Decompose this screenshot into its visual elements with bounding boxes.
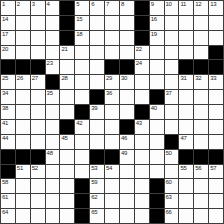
- white-cell[interactable]: [31, 90, 45, 104]
- clue-number: 47: [180, 135, 186, 142]
- clue-number: 32: [195, 75, 201, 82]
- white-cell[interactable]: [120, 165, 134, 179]
- white-cell[interactable]: 19: [150, 31, 164, 45]
- white-cell[interactable]: [165, 120, 179, 134]
- white-cell[interactable]: 5: [75, 1, 89, 15]
- white-cell[interactable]: [46, 135, 60, 149]
- clue-number: 10: [166, 1, 172, 8]
- white-cell[interactable]: [105, 179, 119, 193]
- clue-number: 61: [2, 194, 8, 201]
- black-cell: [120, 120, 134, 134]
- white-cell[interactable]: [179, 16, 193, 30]
- white-cell[interactable]: 31: [179, 75, 193, 89]
- black-cell: [90, 90, 104, 104]
- white-cell[interactable]: 30: [120, 75, 134, 89]
- white-cell[interactable]: [75, 90, 89, 104]
- white-cell[interactable]: [105, 16, 119, 30]
- clue-number: 53: [91, 165, 97, 172]
- clue-number: 50: [166, 150, 172, 157]
- clue-number: 65: [91, 209, 97, 216]
- white-cell[interactable]: [135, 165, 149, 179]
- white-cell[interactable]: 60: [165, 179, 179, 193]
- white-cell[interactable]: 34: [1, 90, 15, 104]
- black-cell: [209, 60, 223, 74]
- white-cell[interactable]: 2: [16, 1, 30, 15]
- white-cell[interactable]: [90, 135, 104, 149]
- white-cell[interactable]: [165, 165, 179, 179]
- clue-number: 54: [106, 165, 112, 172]
- clue-number: 13: [210, 1, 216, 8]
- white-cell[interactable]: [179, 194, 193, 208]
- white-cell[interactable]: 35: [46, 90, 60, 104]
- clue-number: 7: [106, 1, 109, 8]
- clue-number: 5: [76, 1, 79, 8]
- white-cell[interactable]: [60, 150, 74, 164]
- white-cell[interactable]: [209, 135, 223, 149]
- white-cell[interactable]: [179, 31, 193, 45]
- clue-number: 66: [166, 209, 172, 216]
- clue-number: 11: [180, 1, 186, 8]
- white-cell[interactable]: [75, 60, 89, 74]
- white-cell[interactable]: [120, 194, 134, 208]
- black-cell: [105, 150, 119, 164]
- black-cell: [60, 1, 74, 15]
- clue-number: 4: [47, 1, 50, 8]
- white-cell[interactable]: [105, 31, 119, 45]
- white-cell[interactable]: 14: [1, 16, 15, 30]
- clue-number: 26: [17, 75, 23, 82]
- white-cell[interactable]: [60, 60, 74, 74]
- clue-number: 51: [17, 165, 23, 172]
- white-cell[interactable]: [194, 46, 208, 60]
- black-cell: [75, 209, 89, 223]
- white-cell[interactable]: 66: [165, 209, 179, 223]
- white-cell[interactable]: 46: [120, 135, 134, 149]
- white-cell[interactable]: [194, 120, 208, 134]
- clue-number: 16: [151, 16, 157, 23]
- white-cell[interactable]: [16, 120, 30, 134]
- white-cell[interactable]: [194, 31, 208, 45]
- white-cell[interactable]: [16, 105, 30, 119]
- clue-number: 35: [47, 90, 53, 97]
- white-cell[interactable]: [105, 105, 119, 119]
- clue-number: 19: [151, 31, 157, 38]
- clue-number: 28: [61, 75, 67, 82]
- white-cell[interactable]: [90, 46, 104, 60]
- white-cell[interactable]: [135, 150, 149, 164]
- black-cell: [150, 179, 164, 193]
- white-cell[interactable]: [60, 90, 74, 104]
- black-cell: [60, 120, 74, 134]
- white-cell[interactable]: [90, 75, 104, 89]
- white-cell[interactable]: 63: [165, 194, 179, 208]
- black-cell: [194, 60, 208, 74]
- white-cell[interactable]: [60, 105, 74, 119]
- clue-number: 37: [166, 90, 172, 97]
- white-cell[interactable]: [194, 105, 208, 119]
- white-cell[interactable]: [209, 120, 223, 134]
- white-cell[interactable]: [194, 90, 208, 104]
- white-cell[interactable]: 27: [31, 75, 45, 89]
- white-cell[interactable]: 6: [90, 1, 104, 15]
- clue-number: 60: [166, 179, 172, 186]
- white-cell[interactable]: 7: [105, 1, 119, 15]
- white-cell[interactable]: [165, 16, 179, 30]
- white-cell[interactable]: [150, 75, 164, 89]
- white-cell[interactable]: [60, 209, 74, 223]
- white-cell[interactable]: [105, 46, 119, 60]
- white-cell[interactable]: [209, 179, 223, 193]
- white-cell[interactable]: [150, 150, 164, 164]
- clue-number: 8: [121, 1, 124, 8]
- white-cell[interactable]: [209, 90, 223, 104]
- white-cell[interactable]: [46, 31, 60, 45]
- white-cell[interactable]: 50: [165, 150, 179, 164]
- crossword-grid: 1234567891011121314151617181920212223242…: [0, 0, 224, 224]
- clue-number: 2: [17, 1, 20, 8]
- clue-number: 56: [195, 165, 201, 172]
- clue-number: 22: [136, 46, 142, 53]
- clue-number: 24: [136, 60, 142, 67]
- white-cell[interactable]: 61: [1, 194, 15, 208]
- white-cell[interactable]: [194, 179, 208, 193]
- white-cell[interactable]: [179, 90, 193, 104]
- white-cell[interactable]: [120, 179, 134, 193]
- white-cell[interactable]: 59: [90, 179, 104, 193]
- clue-number: 57: [210, 165, 216, 172]
- black-cell: [31, 150, 45, 164]
- white-cell[interactable]: 26: [16, 75, 30, 89]
- white-cell[interactable]: 23: [46, 60, 60, 74]
- clue-number: 25: [2, 75, 8, 82]
- clue-number: 12: [195, 1, 201, 8]
- white-cell[interactable]: [120, 90, 134, 104]
- white-cell[interactable]: 8: [120, 1, 134, 15]
- white-cell[interactable]: 1: [1, 1, 15, 15]
- clue-number: 17: [2, 31, 8, 38]
- clue-number: 52: [32, 165, 38, 172]
- black-cell: [75, 194, 89, 208]
- clue-number: 43: [136, 120, 142, 127]
- white-cell[interactable]: [194, 194, 208, 208]
- white-cell[interactable]: [16, 179, 30, 193]
- black-cell: [75, 105, 89, 119]
- white-cell[interactable]: 58: [1, 179, 15, 193]
- white-cell[interactable]: [90, 16, 104, 30]
- black-cell: [209, 150, 223, 164]
- white-cell[interactable]: [105, 135, 119, 149]
- white-cell[interactable]: [165, 105, 179, 119]
- white-cell[interactable]: 28: [60, 75, 74, 89]
- clue-number: 41: [2, 120, 8, 127]
- black-cell: [75, 179, 89, 193]
- clue-number: 46: [121, 135, 127, 142]
- white-cell[interactable]: [194, 209, 208, 223]
- white-cell[interactable]: [46, 46, 60, 60]
- white-cell[interactable]: [16, 135, 30, 149]
- white-cell[interactable]: [209, 16, 223, 30]
- black-cell: [150, 90, 164, 104]
- white-cell[interactable]: [120, 105, 134, 119]
- white-cell[interactable]: 21: [60, 46, 74, 60]
- white-cell[interactable]: 47: [179, 135, 193, 149]
- black-cell: [179, 150, 193, 164]
- white-cell[interactable]: [135, 75, 149, 89]
- black-cell: [150, 209, 164, 223]
- white-cell[interactable]: [179, 209, 193, 223]
- white-cell[interactable]: [120, 46, 134, 60]
- white-cell[interactable]: 62: [90, 194, 104, 208]
- white-cell[interactable]: [90, 31, 104, 45]
- clue-number: 64: [2, 209, 8, 216]
- white-cell[interactable]: [16, 16, 30, 30]
- white-cell[interactable]: [120, 31, 134, 45]
- white-cell[interactable]: [31, 105, 45, 119]
- white-cell[interactable]: 11: [179, 1, 193, 15]
- white-cell[interactable]: 22: [135, 46, 149, 60]
- clue-number: 44: [2, 135, 8, 142]
- white-cell[interactable]: 64: [1, 209, 15, 223]
- clue-number: 14: [2, 16, 8, 23]
- black-cell: [179, 60, 193, 74]
- white-cell[interactable]: [150, 120, 164, 134]
- white-cell[interactable]: [135, 135, 149, 149]
- clue-number: 59: [91, 179, 97, 186]
- black-cell: [1, 60, 15, 74]
- clue-number: 23: [47, 60, 53, 67]
- black-cell: [165, 135, 179, 149]
- white-cell[interactable]: [150, 165, 164, 179]
- black-cell: [1, 165, 15, 179]
- white-cell[interactable]: 48: [46, 150, 60, 164]
- white-cell[interactable]: [135, 179, 149, 193]
- white-cell[interactable]: [46, 16, 60, 30]
- clue-number: 42: [76, 120, 82, 127]
- white-cell[interactable]: [179, 105, 193, 119]
- white-cell[interactable]: 45: [60, 135, 74, 149]
- white-cell[interactable]: [16, 31, 30, 45]
- black-cell: [135, 16, 149, 30]
- white-cell[interactable]: [135, 209, 149, 223]
- white-cell[interactable]: [105, 209, 119, 223]
- white-cell[interactable]: [165, 31, 179, 45]
- clue-number: 62: [91, 194, 97, 201]
- black-cell: [60, 16, 74, 30]
- white-cell[interactable]: [150, 135, 164, 149]
- white-cell[interactable]: [46, 105, 60, 119]
- white-cell[interactable]: 52: [31, 165, 45, 179]
- white-cell[interactable]: [75, 165, 89, 179]
- white-cell[interactable]: 3: [31, 1, 45, 15]
- white-cell[interactable]: [46, 179, 60, 193]
- white-cell[interactable]: [105, 194, 119, 208]
- white-cell[interactable]: 4: [46, 1, 60, 15]
- white-cell[interactable]: [46, 194, 60, 208]
- clue-number: 33: [210, 75, 216, 82]
- black-cell: [105, 60, 119, 74]
- black-cell: [16, 150, 30, 164]
- black-cell: [194, 150, 208, 164]
- white-cell[interactable]: [31, 135, 45, 149]
- white-cell[interactable]: 25: [1, 75, 15, 89]
- black-cell: [60, 31, 74, 45]
- black-cell: [150, 194, 164, 208]
- white-cell[interactable]: [46, 165, 60, 179]
- black-cell: [31, 60, 45, 74]
- clue-number: 45: [61, 135, 67, 142]
- white-cell[interactable]: [135, 194, 149, 208]
- black-cell: [46, 75, 60, 89]
- white-cell[interactable]: [31, 46, 45, 60]
- black-cell: [16, 60, 30, 74]
- white-cell[interactable]: 20: [1, 46, 15, 60]
- white-cell[interactable]: 9: [150, 1, 164, 15]
- clue-number: 20: [2, 46, 8, 53]
- white-cell[interactable]: [194, 135, 208, 149]
- white-cell[interactable]: [31, 16, 45, 30]
- clue-number: 9: [151, 1, 154, 8]
- white-cell[interactable]: [46, 209, 60, 223]
- white-cell[interactable]: 33: [209, 75, 223, 89]
- clue-number: 15: [76, 16, 82, 23]
- clue-number: 39: [91, 105, 97, 112]
- white-cell[interactable]: [16, 209, 30, 223]
- white-cell[interactable]: 57: [209, 165, 223, 179]
- white-cell[interactable]: 29: [105, 75, 119, 89]
- black-cell: [90, 150, 104, 164]
- white-cell[interactable]: [90, 60, 104, 74]
- white-cell[interactable]: 49: [120, 150, 134, 164]
- black-cell: [120, 60, 134, 74]
- clue-number: 18: [76, 31, 82, 38]
- white-cell[interactable]: [209, 194, 223, 208]
- clue-number: 27: [32, 75, 38, 82]
- white-cell[interactable]: 36: [105, 90, 119, 104]
- white-cell[interactable]: [120, 209, 134, 223]
- black-cell: [1, 150, 15, 164]
- white-cell[interactable]: [60, 194, 74, 208]
- white-cell[interactable]: [165, 60, 179, 74]
- clue-number: 36: [106, 90, 112, 97]
- white-cell[interactable]: 17: [1, 31, 15, 45]
- clue-number: 1: [2, 1, 5, 8]
- white-cell[interactable]: [105, 120, 119, 134]
- white-cell[interactable]: 51: [16, 165, 30, 179]
- white-cell[interactable]: 39: [90, 105, 104, 119]
- black-cell: [209, 46, 223, 60]
- black-cell: [135, 31, 149, 45]
- white-cell[interactable]: [179, 46, 193, 60]
- clue-number: 48: [47, 150, 53, 157]
- white-cell[interactable]: [209, 31, 223, 45]
- white-cell[interactable]: 55: [179, 165, 193, 179]
- white-cell[interactable]: 56: [194, 165, 208, 179]
- white-cell[interactable]: [209, 105, 223, 119]
- white-cell[interactable]: [209, 209, 223, 223]
- white-cell[interactable]: 10: [165, 1, 179, 15]
- clue-number: 58: [2, 179, 8, 186]
- white-cell[interactable]: [194, 16, 208, 30]
- white-cell[interactable]: [150, 46, 164, 60]
- white-cell[interactable]: [75, 75, 89, 89]
- clue-number: 49: [121, 150, 127, 157]
- clue-number: 30: [121, 75, 127, 82]
- white-cell[interactable]: 43: [135, 120, 149, 134]
- clue-number: 6: [91, 1, 94, 8]
- white-cell[interactable]: 53: [90, 165, 104, 179]
- white-cell[interactable]: [179, 120, 193, 134]
- white-cell[interactable]: 24: [135, 60, 149, 74]
- black-cell: [135, 105, 149, 119]
- white-cell[interactable]: [90, 120, 104, 134]
- white-cell[interactable]: 42: [75, 120, 89, 134]
- white-cell[interactable]: [16, 90, 30, 104]
- clue-number: 38: [2, 105, 8, 112]
- white-cell[interactable]: 13: [209, 1, 223, 15]
- white-cell[interactable]: 37: [165, 90, 179, 104]
- white-cell[interactable]: [165, 75, 179, 89]
- white-cell[interactable]: 65: [90, 209, 104, 223]
- white-cell[interactable]: [31, 120, 45, 134]
- clue-number: 21: [61, 46, 67, 53]
- clue-number: 40: [151, 105, 157, 112]
- clue-number: 55: [180, 165, 186, 172]
- white-cell[interactable]: 12: [194, 1, 208, 15]
- clue-number: 31: [180, 75, 186, 82]
- white-cell[interactable]: [16, 194, 30, 208]
- black-cell: [135, 1, 149, 15]
- white-cell[interactable]: [31, 209, 45, 223]
- white-cell[interactable]: 41: [1, 120, 15, 134]
- white-cell[interactable]: 40: [150, 105, 164, 119]
- white-cell[interactable]: [165, 46, 179, 60]
- white-cell[interactable]: [31, 31, 45, 45]
- clue-number: 34: [2, 90, 8, 97]
- white-cell[interactable]: [75, 135, 89, 149]
- white-cell[interactable]: [150, 60, 164, 74]
- white-cell[interactable]: [75, 46, 89, 60]
- clue-number: 29: [106, 75, 112, 82]
- white-cell[interactable]: 16: [150, 16, 164, 30]
- clue-number: 3: [32, 1, 35, 8]
- white-cell[interactable]: [31, 194, 45, 208]
- white-cell[interactable]: [179, 179, 193, 193]
- white-cell[interactable]: 44: [1, 135, 15, 149]
- white-cell[interactable]: 15: [75, 16, 89, 30]
- white-cell[interactable]: [31, 179, 45, 193]
- white-cell[interactable]: [120, 16, 134, 30]
- white-cell[interactable]: 38: [1, 105, 15, 119]
- white-cell[interactable]: [46, 120, 60, 134]
- white-cell[interactable]: [16, 46, 30, 60]
- clue-number: 63: [166, 194, 172, 201]
- white-cell[interactable]: 32: [194, 75, 208, 89]
- white-cell[interactable]: 18: [75, 31, 89, 45]
- white-cell[interactable]: [60, 165, 74, 179]
- white-cell[interactable]: [60, 179, 74, 193]
- white-cell[interactable]: [75, 150, 89, 164]
- white-cell[interactable]: 54: [105, 165, 119, 179]
- white-cell[interactable]: [135, 90, 149, 104]
